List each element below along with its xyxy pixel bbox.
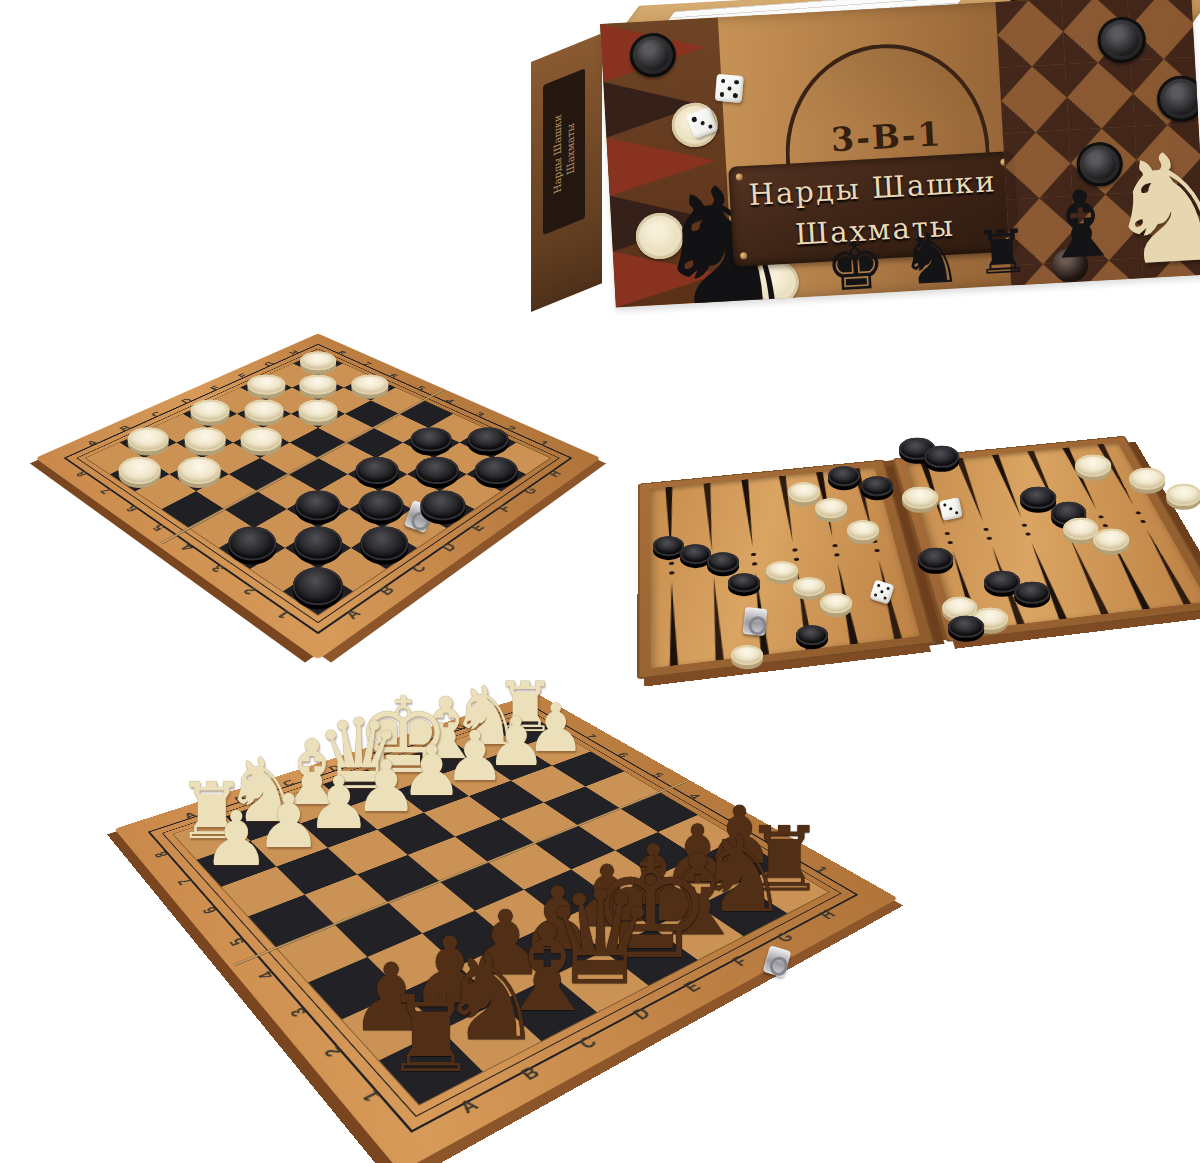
- backgammon-stone-black[interactable]: [728, 573, 760, 593]
- checker-black-man[interactable]: [467, 427, 508, 452]
- checker-white-man[interactable]: [184, 427, 225, 452]
- backgammon-stone-black[interactable]: [1021, 487, 1057, 509]
- checker-black-man[interactable]: [294, 527, 342, 561]
- backgammon-stone-black[interactable]: [924, 446, 960, 468]
- checker-white-man[interactable]: [299, 375, 336, 396]
- backgammon-stone-white[interactable]: [766, 561, 798, 581]
- backgammon-stone-black[interactable]: [796, 625, 828, 645]
- checker-white-man[interactable]: [241, 427, 282, 452]
- backgammon-stone-white[interactable]: [1075, 455, 1111, 477]
- backgammon-stone-white[interactable]: [815, 498, 847, 518]
- backgammon-stone-black[interactable]: [1015, 582, 1051, 604]
- checker-black-man[interactable]: [228, 527, 276, 561]
- backgammon-stone-white[interactable]: [788, 482, 820, 502]
- backgammon-stone-black[interactable]: [948, 616, 984, 638]
- die-pip-icon: [874, 593, 878, 597]
- backgammon-stone-white[interactable]: [1129, 468, 1165, 490]
- checker-black-man[interactable]: [415, 457, 458, 484]
- checker-white-man[interactable]: [248, 375, 285, 396]
- product-photo-scene: Нарды Шашки Шахматы Нарды Шашки Шахматы …: [0, 0, 1200, 1163]
- chess-piece-white-p-a7[interactable]: ♟: [202, 802, 270, 877]
- chess-piece-black-r-a1[interactable]: ♜: [383, 982, 478, 1088]
- checker-black-man[interactable]: [411, 427, 452, 452]
- backgammon-stone-black[interactable]: [861, 476, 893, 496]
- backgammon-stone-black[interactable]: [828, 466, 860, 486]
- die-pip-icon: [949, 507, 953, 511]
- backgammon-stone-white[interactable]: [731, 645, 763, 665]
- die-pip-icon: [880, 590, 884, 594]
- checker-white-man[interactable]: [300, 352, 336, 371]
- backgammon-stone-white[interactable]: [793, 577, 825, 597]
- checker-black-man[interactable]: [356, 457, 399, 484]
- checker-white-man[interactable]: [245, 400, 284, 423]
- die-pip-icon: [877, 583, 881, 587]
- checker-black-man[interactable]: [358, 490, 403, 520]
- backgammon-stone-white[interactable]: [847, 520, 879, 540]
- checker-black-man[interactable]: [293, 567, 343, 605]
- backgammon-stone-white[interactable]: [1166, 483, 1200, 505]
- die-3[interactable]: [939, 497, 963, 521]
- die-pip-icon: [955, 511, 959, 515]
- backgammon-stone-black[interactable]: [918, 548, 954, 570]
- die-5[interactable]: [869, 579, 894, 604]
- checker-white-man[interactable]: [178, 457, 221, 484]
- checker-black-man[interactable]: [360, 527, 408, 561]
- die-pip-icon: [886, 586, 890, 590]
- die-pip-icon: [883, 596, 887, 600]
- checker-white-man[interactable]: [299, 400, 338, 423]
- die-pip-icon: [943, 503, 947, 507]
- checker-white-man[interactable]: [118, 457, 161, 484]
- checker-black-man[interactable]: [421, 490, 466, 520]
- checker-white-man[interactable]: [190, 400, 229, 423]
- backgammon-stone-white[interactable]: [903, 487, 939, 509]
- backgammon-stone-white[interactable]: [1093, 529, 1129, 551]
- checker-white-man[interactable]: [351, 375, 388, 396]
- pieces-overlay: ♜♞♝♛♚♝♞♜♟♟♟♟♟♟♟♟♟♟♟♟♟♟♟♟♜♞♝♛♚♝♞♜: [0, 0, 1200, 1163]
- backgammon-stone-white[interactable]: [820, 593, 852, 613]
- checker-black-man[interactable]: [295, 490, 340, 520]
- checker-black-man[interactable]: [475, 457, 518, 484]
- checker-white-man[interactable]: [128, 427, 169, 452]
- backgammon-stone-black[interactable]: [707, 553, 739, 573]
